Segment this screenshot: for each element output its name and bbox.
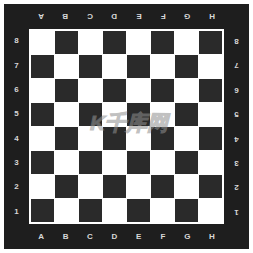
square-e2[interactable]	[127, 175, 150, 198]
square-f6[interactable]	[151, 79, 174, 102]
square-f3[interactable]	[151, 151, 174, 174]
square-d2[interactable]	[103, 175, 126, 198]
coordinate-label-8-left: 8	[4, 29, 29, 53]
square-d3[interactable]	[103, 151, 126, 174]
square-h3[interactable]	[199, 151, 222, 174]
coordinate-label-a-bottom: A	[29, 224, 53, 249]
square-h4[interactable]	[199, 127, 222, 150]
square-e5[interactable]	[127, 103, 150, 126]
square-f8[interactable]	[151, 31, 174, 54]
coordinate-label-c-top: C	[78, 4, 102, 29]
rank-labels-right: 87654321	[224, 29, 249, 224]
square-b3[interactable]	[55, 151, 78, 174]
coordinate-label-f-bottom: F	[151, 224, 175, 249]
square-a2[interactable]	[31, 175, 54, 198]
coordinate-label-6-right: 6	[224, 78, 249, 102]
square-c6[interactable]	[79, 79, 102, 102]
square-h7[interactable]	[199, 55, 222, 78]
square-f4[interactable]	[151, 127, 174, 150]
coordinate-label-b-bottom: B	[53, 224, 77, 249]
file-labels-bottom: ABCDEFGH	[29, 224, 224, 249]
square-f2[interactable]	[151, 175, 174, 198]
square-d1[interactable]	[103, 199, 126, 222]
square-g7[interactable]	[175, 55, 198, 78]
rank-labels-left: 87654321	[4, 29, 29, 224]
square-h1[interactable]	[199, 199, 222, 222]
square-d7[interactable]	[103, 55, 126, 78]
coordinate-label-b-top: B	[53, 4, 77, 29]
square-b8[interactable]	[55, 31, 78, 54]
coordinate-label-8-right: 8	[224, 29, 249, 53]
square-a4[interactable]	[31, 127, 54, 150]
square-e1[interactable]	[127, 199, 150, 222]
chessboard-diagram: ABCDEFGH ABCDEFGH 87654321 87654321 K千库网	[0, 0, 253, 253]
coordinate-label-h-top: H	[200, 4, 224, 29]
square-g1[interactable]	[175, 199, 198, 222]
coordinate-label-5-left: 5	[4, 102, 29, 126]
coordinate-label-6-left: 6	[4, 78, 29, 102]
coordinate-label-g-bottom: G	[175, 224, 199, 249]
square-e7[interactable]	[127, 55, 150, 78]
square-c7[interactable]	[79, 55, 102, 78]
square-e3[interactable]	[127, 151, 150, 174]
coordinate-label-d-top: D	[102, 4, 126, 29]
square-c3[interactable]	[79, 151, 102, 174]
square-h8[interactable]	[199, 31, 222, 54]
square-a6[interactable]	[31, 79, 54, 102]
square-c5[interactable]	[79, 103, 102, 126]
coordinate-label-e-bottom: E	[127, 224, 151, 249]
square-g3[interactable]	[175, 151, 198, 174]
square-e8[interactable]	[127, 31, 150, 54]
board-grid	[29, 29, 224, 224]
coordinate-label-f-top: F	[151, 4, 175, 29]
coordinate-label-4-right: 4	[224, 127, 249, 151]
coordinate-label-d-bottom: D	[102, 224, 126, 249]
square-b6[interactable]	[55, 79, 78, 102]
coordinate-label-3-right: 3	[224, 151, 249, 175]
coordinate-label-e-top: E	[127, 4, 151, 29]
square-h6[interactable]	[199, 79, 222, 102]
coordinate-label-4-left: 4	[4, 127, 29, 151]
square-g8[interactable]	[175, 31, 198, 54]
square-c4[interactable]	[79, 127, 102, 150]
square-a3[interactable]	[31, 151, 54, 174]
square-g6[interactable]	[175, 79, 198, 102]
square-c8[interactable]	[79, 31, 102, 54]
square-f1[interactable]	[151, 199, 174, 222]
square-a7[interactable]	[31, 55, 54, 78]
file-labels-top: ABCDEFGH	[29, 4, 224, 29]
square-f7[interactable]	[151, 55, 174, 78]
square-a8[interactable]	[31, 31, 54, 54]
square-c1[interactable]	[79, 199, 102, 222]
square-d5[interactable]	[103, 103, 126, 126]
square-b5[interactable]	[55, 103, 78, 126]
square-b1[interactable]	[55, 199, 78, 222]
coordinate-label-2-left: 2	[4, 175, 29, 199]
coordinate-label-1-left: 1	[4, 200, 29, 224]
coordinate-label-a-top: A	[29, 4, 53, 29]
square-g4[interactable]	[175, 127, 198, 150]
square-f5[interactable]	[151, 103, 174, 126]
square-e4[interactable]	[127, 127, 150, 150]
square-b7[interactable]	[55, 55, 78, 78]
square-d4[interactable]	[103, 127, 126, 150]
coordinate-label-7-right: 7	[224, 53, 249, 77]
square-a5[interactable]	[31, 103, 54, 126]
square-a1[interactable]	[31, 199, 54, 222]
square-g2[interactable]	[175, 175, 198, 198]
square-c2[interactable]	[79, 175, 102, 198]
coordinate-label-5-right: 5	[224, 102, 249, 126]
square-d6[interactable]	[103, 79, 126, 102]
coordinate-label-2-right: 2	[224, 175, 249, 199]
coordinate-label-h-bottom: H	[200, 224, 224, 249]
coordinate-label-g-top: G	[175, 4, 199, 29]
square-h5[interactable]	[199, 103, 222, 126]
square-b2[interactable]	[55, 175, 78, 198]
square-d8[interactable]	[103, 31, 126, 54]
coordinate-label-7-left: 7	[4, 53, 29, 77]
square-b4[interactable]	[55, 127, 78, 150]
coordinate-label-1-right: 1	[224, 200, 249, 224]
square-h2[interactable]	[199, 175, 222, 198]
coordinate-label-3-left: 3	[4, 151, 29, 175]
coordinate-label-c-bottom: C	[78, 224, 102, 249]
square-e6[interactable]	[127, 79, 150, 102]
square-g5[interactable]	[175, 103, 198, 126]
